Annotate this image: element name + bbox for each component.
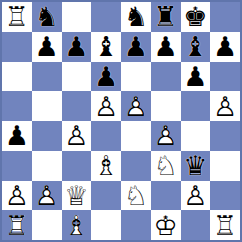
white-piece-fill-glyph: ♝ — [91, 151, 121, 181]
square-g5[interactable] — [181, 91, 211, 121]
piece-black-rook[interactable]: ♜ — [151, 2, 181, 32]
square-f2[interactable] — [151, 181, 181, 211]
square-h7[interactable]: ♟ — [210, 32, 240, 62]
white-piece-fill-glyph: ♟ — [151, 121, 181, 151]
square-f3[interactable]: ♞♘ — [151, 151, 181, 181]
black-piece-glyph: ♟ — [181, 62, 211, 92]
square-d6[interactable]: ♟ — [91, 62, 121, 92]
white-piece-outline-glyph: ♕ — [62, 181, 92, 211]
piece-white-knight[interactable]: ♞♘ — [121, 181, 151, 211]
white-piece-fill-glyph: ♚ — [151, 210, 181, 240]
white-piece-fill-glyph: ♟ — [121, 91, 151, 121]
square-a4[interactable]: ♟ — [2, 121, 32, 151]
white-piece-fill-glyph: ♜ — [2, 210, 32, 240]
piece-black-pawn[interactable]: ♟ — [151, 32, 181, 62]
square-c4[interactable]: ♟♙ — [62, 121, 92, 151]
white-piece-outline-glyph: ♙ — [2, 181, 32, 211]
square-e6[interactable] — [121, 62, 151, 92]
white-piece-outline-glyph: ♘ — [151, 151, 181, 181]
black-piece-glyph: ♛ — [181, 151, 211, 181]
white-piece-outline-glyph: ♗ — [91, 151, 121, 181]
square-h8[interactable] — [210, 2, 240, 32]
piece-black-knight[interactable]: ♞ — [121, 2, 151, 32]
white-piece-outline-glyph: ♖ — [2, 210, 32, 240]
square-d2[interactable] — [91, 181, 121, 211]
square-c6[interactable] — [62, 62, 92, 92]
square-a5[interactable] — [2, 91, 32, 121]
piece-white-pawn[interactable]: ♟♙ — [151, 121, 181, 151]
white-piece-outline-glyph: ♙ — [62, 121, 92, 151]
piece-white-bishop[interactable]: ♝♗ — [91, 151, 121, 181]
white-piece-outline-glyph: ♘ — [121, 181, 151, 211]
black-piece-glyph: ♟ — [62, 32, 92, 62]
square-d7[interactable]: ♝ — [91, 32, 121, 62]
square-c5[interactable] — [62, 91, 92, 121]
white-piece-fill-glyph: ♛ — [62, 181, 92, 211]
black-piece-glyph: ♚ — [181, 2, 211, 32]
piece-white-rook[interactable]: ♜♖ — [210, 210, 240, 240]
square-b4[interactable] — [32, 121, 62, 151]
piece-black-pawn[interactable]: ♟ — [2, 121, 32, 151]
white-piece-outline-glyph: ♙ — [210, 91, 240, 121]
black-piece-glyph: ♝ — [181, 32, 211, 62]
square-a1[interactable]: ♜♖ — [2, 210, 32, 240]
square-b7[interactable]: ♟ — [32, 32, 62, 62]
piece-black-queen[interactable]: ♛ — [181, 151, 211, 181]
black-piece-glyph: ♟ — [121, 32, 151, 62]
square-g1[interactable] — [181, 210, 211, 240]
square-h4[interactable] — [210, 121, 240, 151]
white-piece-fill-glyph: ♜ — [2, 2, 32, 32]
white-piece-fill-glyph: ♞ — [121, 181, 151, 211]
piece-black-king[interactable]: ♚ — [181, 2, 211, 32]
square-g6[interactable]: ♟ — [181, 62, 211, 92]
square-d4[interactable] — [91, 121, 121, 151]
square-c7[interactable]: ♟ — [62, 32, 92, 62]
black-piece-glyph: ♟ — [210, 32, 240, 62]
square-c1[interactable]: ♝♗ — [62, 210, 92, 240]
white-piece-outline-glyph: ♖ — [2, 2, 32, 32]
square-d1[interactable] — [91, 210, 121, 240]
square-a8[interactable]: ♜♖ — [2, 2, 32, 32]
white-piece-outline-glyph: ♗ — [62, 210, 92, 240]
white-piece-fill-glyph: ♟ — [210, 91, 240, 121]
piece-white-pawn[interactable]: ♟♙ — [2, 181, 32, 211]
piece-white-queen[interactable]: ♛♕ — [62, 181, 92, 211]
white-piece-fill-glyph: ♟ — [91, 91, 121, 121]
chess-board: ♜♖♞♞♜♚♟♟♝♟♟♝♟♟♟♟♙♟♙♟♙♟♟♙♟♙♝♗♞♘♛♟♙♟♙♛♕♞♘♟… — [0, 0, 242, 242]
piece-white-bishop[interactable]: ♝♗ — [62, 210, 92, 240]
white-piece-fill-glyph: ♟ — [32, 181, 62, 211]
white-piece-outline-glyph: ♖ — [210, 210, 240, 240]
square-e1[interactable] — [121, 210, 151, 240]
piece-black-pawn[interactable]: ♟ — [181, 62, 211, 92]
square-c8[interactable] — [62, 2, 92, 32]
white-piece-fill-glyph: ♞ — [151, 151, 181, 181]
square-h6[interactable] — [210, 62, 240, 92]
black-piece-glyph: ♞ — [32, 2, 62, 32]
piece-black-pawn[interactable]: ♟ — [62, 32, 92, 62]
piece-white-rook[interactable]: ♜♖ — [2, 210, 32, 240]
square-f1[interactable]: ♚♔ — [151, 210, 181, 240]
square-g8[interactable]: ♚ — [181, 2, 211, 32]
square-c3[interactable] — [62, 151, 92, 181]
square-g4[interactable] — [181, 121, 211, 151]
black-piece-glyph: ♞ — [121, 2, 151, 32]
square-f8[interactable]: ♜ — [151, 2, 181, 32]
square-a3[interactable] — [2, 151, 32, 181]
white-piece-fill-glyph: ♜ — [210, 210, 240, 240]
square-g3[interactable]: ♛ — [181, 151, 211, 181]
square-e4[interactable] — [121, 121, 151, 151]
square-d8[interactable] — [91, 2, 121, 32]
square-a6[interactable] — [2, 62, 32, 92]
square-g7[interactable]: ♝ — [181, 32, 211, 62]
piece-black-pawn[interactable]: ♟ — [210, 32, 240, 62]
white-piece-fill-glyph: ♟ — [62, 121, 92, 151]
square-b6[interactable] — [32, 62, 62, 92]
white-piece-outline-glyph: ♙ — [91, 91, 121, 121]
square-b5[interactable] — [32, 91, 62, 121]
square-e8[interactable]: ♞ — [121, 2, 151, 32]
piece-white-pawn[interactable]: ♟♙ — [181, 181, 211, 211]
square-e2[interactable]: ♞♘ — [121, 181, 151, 211]
white-piece-fill-glyph: ♟ — [181, 181, 211, 211]
white-piece-outline-glyph: ♙ — [181, 181, 211, 211]
square-g2[interactable]: ♟♙ — [181, 181, 211, 211]
square-a2[interactable]: ♟♙ — [2, 181, 32, 211]
piece-black-pawn[interactable]: ♟ — [32, 32, 62, 62]
black-piece-glyph: ♟ — [32, 32, 62, 62]
square-h2[interactable] — [210, 181, 240, 211]
square-f5[interactable] — [151, 91, 181, 121]
square-e5[interactable]: ♟♙ — [121, 91, 151, 121]
black-piece-glyph: ♜ — [151, 2, 181, 32]
piece-black-bishop[interactable]: ♝ — [181, 32, 211, 62]
square-e7[interactable]: ♟ — [121, 32, 151, 62]
white-piece-outline-glyph: ♙ — [121, 91, 151, 121]
white-piece-outline-glyph: ♙ — [151, 121, 181, 151]
piece-white-knight[interactable]: ♞♘ — [151, 151, 181, 181]
square-b3[interactable] — [32, 151, 62, 181]
piece-white-pawn[interactable]: ♟♙ — [91, 91, 121, 121]
piece-white-pawn[interactable]: ♟♙ — [121, 91, 151, 121]
piece-black-pawn[interactable]: ♟ — [91, 62, 121, 92]
square-d5[interactable]: ♟♙ — [91, 91, 121, 121]
piece-white-pawn[interactable]: ♟♙ — [62, 121, 92, 151]
piece-black-pawn[interactable]: ♟ — [121, 32, 151, 62]
piece-black-bishop[interactable]: ♝ — [91, 32, 121, 62]
square-b8[interactable]: ♞ — [32, 2, 62, 32]
square-h1[interactable]: ♜♖ — [210, 210, 240, 240]
black-piece-glyph: ♟ — [2, 121, 32, 151]
piece-black-knight[interactable]: ♞ — [32, 2, 62, 32]
square-h5[interactable]: ♟♙ — [210, 91, 240, 121]
piece-white-pawn[interactable]: ♟♙ — [210, 91, 240, 121]
black-piece-glyph: ♟ — [151, 32, 181, 62]
square-f7[interactable]: ♟ — [151, 32, 181, 62]
white-piece-outline-glyph: ♔ — [151, 210, 181, 240]
square-f4[interactable]: ♟♙ — [151, 121, 181, 151]
square-h3[interactable] — [210, 151, 240, 181]
square-c2[interactable]: ♛♕ — [62, 181, 92, 211]
piece-white-pawn[interactable]: ♟♙ — [32, 181, 62, 211]
square-b2[interactable]: ♟♙ — [32, 181, 62, 211]
piece-white-rook[interactable]: ♜♖ — [2, 2, 32, 32]
square-e3[interactable] — [121, 151, 151, 181]
white-piece-fill-glyph: ♝ — [62, 210, 92, 240]
square-b1[interactable] — [32, 210, 62, 240]
square-d3[interactable]: ♝♗ — [91, 151, 121, 181]
white-piece-outline-glyph: ♙ — [32, 181, 62, 211]
black-piece-glyph: ♝ — [91, 32, 121, 62]
white-piece-fill-glyph: ♟ — [2, 181, 32, 211]
black-piece-glyph: ♟ — [91, 62, 121, 92]
square-f6[interactable] — [151, 62, 181, 92]
piece-white-king[interactable]: ♚♔ — [151, 210, 181, 240]
square-a7[interactable] — [2, 32, 32, 62]
